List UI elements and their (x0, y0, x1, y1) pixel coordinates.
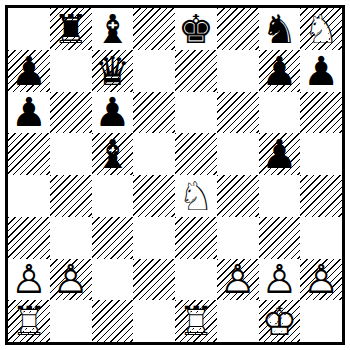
piece-black-queen-c7: ♛ (92, 50, 134, 92)
piece-glyph: ♟ (261, 51, 297, 91)
piece-glyph: ♙ (53, 259, 89, 299)
square-c7[interactable]: ♛ (92, 50, 134, 92)
square-c2[interactable] (92, 259, 134, 301)
piece-glyph: ♙ (11, 259, 47, 299)
square-d8[interactable] (133, 8, 175, 50)
square-e8[interactable]: ♚ (175, 8, 217, 50)
square-g8[interactable]: ♞ (259, 8, 301, 50)
piece-glyph: ♟ (303, 51, 339, 91)
square-c1[interactable] (92, 300, 134, 342)
square-g1[interactable]: ♚♔ (259, 300, 301, 342)
square-f3[interactable] (217, 217, 259, 259)
square-e3[interactable] (175, 217, 217, 259)
piece-glyph: ♙ (261, 259, 297, 299)
square-c8[interactable]: ♝ (92, 8, 134, 50)
piece-black-pawn-h7: ♟ (300, 50, 342, 92)
piece-white-knight-h8: ♞♘ (300, 8, 342, 50)
piece-black-pawn-g5: ♟ (259, 133, 301, 175)
square-f2[interactable]: ♟♙ (217, 259, 259, 301)
square-h1[interactable] (300, 300, 342, 342)
square-f4[interactable] (217, 175, 259, 217)
square-h3[interactable] (300, 217, 342, 259)
square-f6[interactable] (217, 92, 259, 134)
square-e1[interactable]: ♜♖ (175, 300, 217, 342)
piece-glyph: ♜ (53, 9, 89, 49)
piece-glyph: ♟ (94, 92, 130, 132)
piece-black-rook-b8: ♜ (50, 8, 92, 50)
square-f7[interactable] (217, 50, 259, 92)
square-e2[interactable] (175, 259, 217, 301)
piece-glyph: ♞ (261, 9, 297, 49)
square-b6[interactable] (50, 92, 92, 134)
piece-black-pawn-a6: ♟ (8, 92, 50, 134)
square-d2[interactable] (133, 259, 175, 301)
square-c4[interactable] (92, 175, 134, 217)
piece-glyph: ♝ (94, 9, 130, 49)
piece-glyph: ♔ (261, 301, 297, 341)
piece-black-pawn-a7: ♟ (8, 50, 50, 92)
square-a6[interactable]: ♟ (8, 92, 50, 134)
square-h4[interactable] (300, 175, 342, 217)
square-b2[interactable]: ♟♙ (50, 259, 92, 301)
piece-white-king-g1: ♚♔ (259, 300, 301, 342)
square-a3[interactable] (8, 217, 50, 259)
square-g4[interactable] (259, 175, 301, 217)
piece-glyph: ♖ (11, 301, 47, 341)
piece-white-pawn-a2: ♟♙ (8, 259, 50, 301)
piece-glyph: ♙ (303, 259, 339, 299)
square-b3[interactable] (50, 217, 92, 259)
square-b4[interactable] (50, 175, 92, 217)
square-g2[interactable]: ♟♙ (259, 259, 301, 301)
square-d6[interactable] (133, 92, 175, 134)
square-b1[interactable] (50, 300, 92, 342)
piece-white-pawn-b2: ♟♙ (50, 259, 92, 301)
square-a7[interactable]: ♟ (8, 50, 50, 92)
square-d3[interactable] (133, 217, 175, 259)
square-d5[interactable] (133, 133, 175, 175)
square-a5[interactable] (8, 133, 50, 175)
piece-glyph: ♙ (220, 259, 256, 299)
square-a1[interactable]: ♜♖ (8, 300, 50, 342)
piece-white-rook-e1: ♜♖ (175, 300, 217, 342)
square-h2[interactable]: ♟♙ (300, 259, 342, 301)
square-f1[interactable] (217, 300, 259, 342)
square-d7[interactable] (133, 50, 175, 92)
square-a8[interactable] (8, 8, 50, 50)
square-d1[interactable] (133, 300, 175, 342)
square-e4[interactable]: ♞♘ (175, 175, 217, 217)
piece-glyph: ♟ (261, 134, 297, 174)
piece-black-pawn-g7: ♟ (259, 50, 301, 92)
square-g6[interactable] (259, 92, 301, 134)
square-b7[interactable] (50, 50, 92, 92)
piece-white-pawn-f2: ♟♙ (217, 259, 259, 301)
piece-black-king-e8: ♚ (175, 8, 217, 50)
square-g3[interactable] (259, 217, 301, 259)
piece-glyph: ♛ (94, 51, 130, 91)
square-e5[interactable] (175, 133, 217, 175)
square-c3[interactable] (92, 217, 134, 259)
piece-glyph: ♝ (94, 134, 130, 174)
piece-glyph: ♖ (178, 301, 214, 341)
piece-black-bishop-c5: ♝ (92, 133, 134, 175)
square-c5[interactable]: ♝ (92, 133, 134, 175)
piece-black-bishop-c8: ♝ (92, 8, 134, 50)
square-c6[interactable]: ♟ (92, 92, 134, 134)
square-b8[interactable]: ♜ (50, 8, 92, 50)
chess-board: ♜♝♚♞♞♘♟♛♟♟♟♟♝♟♞♘♟♙♟♙♟♙♟♙♟♙♜♖♜♖♚♔ (8, 8, 342, 342)
piece-black-knight-g8: ♞ (259, 8, 301, 50)
square-d4[interactable] (133, 175, 175, 217)
piece-glyph: ♘ (303, 9, 339, 49)
piece-white-rook-a1: ♜♖ (8, 300, 50, 342)
square-e6[interactable] (175, 92, 217, 134)
square-h5[interactable] (300, 133, 342, 175)
piece-glyph: ♚ (178, 9, 214, 49)
square-a2[interactable]: ♟♙ (8, 259, 50, 301)
square-h7[interactable]: ♟ (300, 50, 342, 92)
piece-white-pawn-g2: ♟♙ (259, 259, 301, 301)
piece-black-pawn-c6: ♟ (92, 92, 134, 134)
square-e7[interactable] (175, 50, 217, 92)
square-g7[interactable]: ♟ (259, 50, 301, 92)
square-h6[interactable] (300, 92, 342, 134)
piece-glyph: ♟ (11, 51, 47, 91)
piece-white-knight-e4: ♞♘ (175, 175, 217, 217)
chess-board-frame: ♜♝♚♞♞♘♟♛♟♟♟♟♝♟♞♘♟♙♟♙♟♙♟♙♟♙♜♖♜♖♚♔ (5, 5, 345, 345)
square-f8[interactable] (217, 8, 259, 50)
square-f5[interactable] (217, 133, 259, 175)
square-g5[interactable]: ♟ (259, 133, 301, 175)
square-a4[interactable] (8, 175, 50, 217)
square-h8[interactable]: ♞♘ (300, 8, 342, 50)
piece-glyph: ♘ (178, 176, 214, 216)
square-b5[interactable] (50, 133, 92, 175)
piece-white-pawn-h2: ♟♙ (300, 259, 342, 301)
piece-glyph: ♟ (11, 92, 47, 132)
